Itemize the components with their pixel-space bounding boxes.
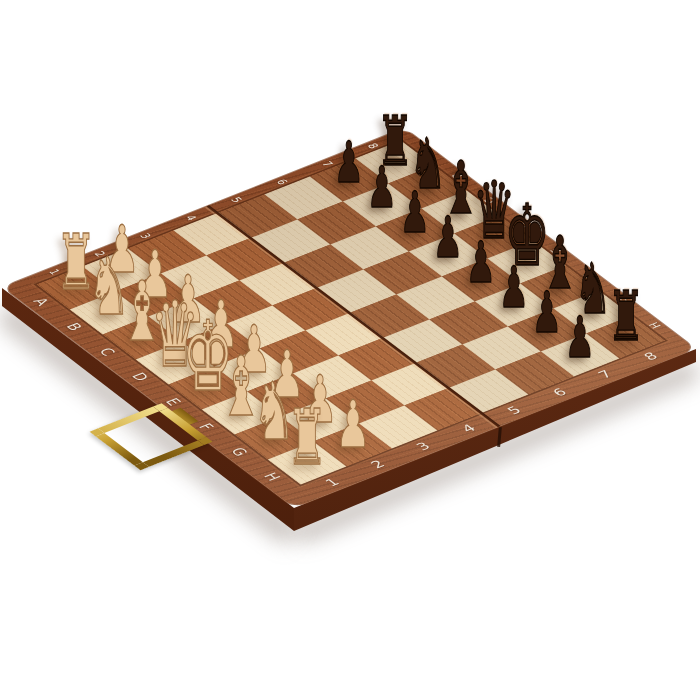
product-photo-scene: ABCDEFGH ABCDEFGH 87654321 87654321 ♜♞♝♛… — [0, 0, 700, 700]
chess-board: ABCDEFGH ABCDEFGH 87654321 87654321 — [2, 128, 695, 508]
